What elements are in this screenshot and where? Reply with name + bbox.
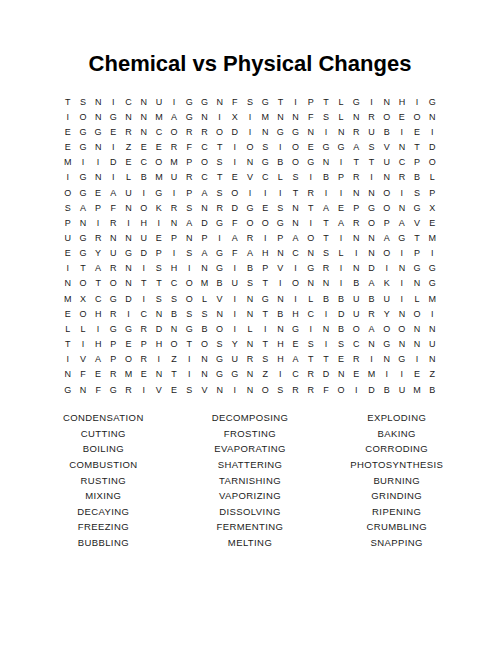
grid-cell-r3c25: I <box>425 124 440 139</box>
grid-cell-r2c4: G <box>106 109 121 124</box>
grid-cell-r13c3: T <box>91 276 106 291</box>
grid-cell-r18c16: A <box>288 352 303 367</box>
grid-cell-r3c21: U <box>364 124 379 139</box>
grid-cell-r18c10: N <box>197 352 212 367</box>
grid-cell-r12c14: P <box>258 261 273 276</box>
grid-cell-r9c7: I <box>151 215 166 230</box>
grid-cell-r2c14: M <box>258 109 273 124</box>
grid-cell-r4c11: T <box>212 139 227 154</box>
grid-cell-r11c12: F <box>227 246 242 261</box>
grid-cell-r6c14: C <box>258 170 273 185</box>
grid-cell-r2c8: A <box>166 109 181 124</box>
grid-cell-r8c23: N <box>394 200 409 215</box>
grid-cell-r3c13: I <box>242 124 257 139</box>
grid-cell-r13c17: N <box>303 276 318 291</box>
grid-cell-r12c3: A <box>91 261 106 276</box>
grid-cell-r17c7: H <box>151 337 166 352</box>
grid-cell-r20c3: F <box>91 382 106 397</box>
grid-cell-r18c7: I <box>151 352 166 367</box>
grid-cell-r9c13: O <box>242 215 257 230</box>
grid-cell-r20c18: F <box>318 382 333 397</box>
grid-cell-r6c19: P <box>334 170 349 185</box>
grid-cell-r9c8: N <box>166 215 181 230</box>
grid-cell-r19c11: G <box>212 367 227 382</box>
word-item: FERMENTING <box>177 519 324 535</box>
grid-cell-r13c2: O <box>75 276 90 291</box>
grid-cell-r15c4: R <box>106 306 121 321</box>
grid-cell-r17c5: E <box>121 337 136 352</box>
grid-cell-r4c4: I <box>106 139 121 154</box>
grid-cell-r2c18: S <box>318 109 333 124</box>
grid-cell-r6c21: I <box>364 170 379 185</box>
word-item: DECAYING <box>30 504 177 520</box>
grid-cell-r8c22: O <box>379 200 394 215</box>
grid-cell-r19c1: N <box>60 367 75 382</box>
grid-cell-r18c18: T <box>318 352 333 367</box>
grid-cell-r14c10: L <box>197 291 212 306</box>
grid-cell-r14c18: B <box>318 291 333 306</box>
grid-cell-r12c16: I <box>288 261 303 276</box>
grid-cell-r8c7: K <box>151 200 166 215</box>
grid-cell-r3c23: I <box>394 124 409 139</box>
grid-cell-r10c18: T <box>318 230 333 245</box>
grid-cell-r20c19: O <box>334 382 349 397</box>
grid-cell-r4c20: A <box>349 139 364 154</box>
grid-cell-r20c24: M <box>409 382 424 397</box>
grid-cell-r7c19: I <box>334 185 349 200</box>
grid-cell-r18c1: I <box>60 352 75 367</box>
grid-cell-r2c6: N <box>136 109 151 124</box>
grid-cell-r6c25: L <box>425 170 440 185</box>
grid-cell-r18c3: A <box>91 352 106 367</box>
grid-cell-r12c4: R <box>106 261 121 276</box>
grid-cell-r18c21: I <box>364 352 379 367</box>
grid-cell-r20c7: V <box>151 382 166 397</box>
grid-cell-r13c22: K <box>379 276 394 291</box>
grid-cell-r19c15: I <box>273 367 288 382</box>
grid-cell-r9c5: I <box>121 215 136 230</box>
grid-cell-r3c18: I <box>318 124 333 139</box>
grid-cell-r18c23: G <box>394 352 409 367</box>
grid-cell-r16c2: L <box>75 321 90 336</box>
grid-cell-r7c25: P <box>425 185 440 200</box>
grid-cell-r16c23: O <box>394 321 409 336</box>
grid-cell-r5c12: I <box>227 155 242 170</box>
grid-cell-r14c16: I <box>288 291 303 306</box>
grid-cell-r6c6: B <box>136 170 151 185</box>
grid-cell-r14c3: C <box>91 291 106 306</box>
grid-cell-r20c21: D <box>364 382 379 397</box>
grid-cell-r16c4: G <box>106 321 121 336</box>
grid-cell-r12c21: D <box>364 261 379 276</box>
grid-cell-r1c11: N <box>212 94 227 109</box>
word-item: DECOMPOSING <box>177 410 324 426</box>
grid-cell-r1c3: N <box>91 94 106 109</box>
grid-cell-r7c3: E <box>91 185 106 200</box>
grid-cell-r3c6: N <box>136 124 151 139</box>
grid-cell-r1c8: I <box>166 94 181 109</box>
grid-cell-r5c20: T <box>349 155 364 170</box>
grid-cell-r11c25: I <box>425 246 440 261</box>
grid-cell-r16c17: I <box>303 321 318 336</box>
grid-cell-r5c17: G <box>303 155 318 170</box>
grid-cell-r8c12: D <box>227 200 242 215</box>
grid-cell-r12c6: I <box>136 261 151 276</box>
grid-cell-r19c3: E <box>91 367 106 382</box>
grid-cell-r7c23: I <box>394 185 409 200</box>
grid-cell-r8c2: A <box>75 200 90 215</box>
grid-cell-r12c5: N <box>121 261 136 276</box>
grid-cell-r18c9: I <box>182 352 197 367</box>
grid-cell-r7c13: I <box>242 185 257 200</box>
grid-cell-r8c21: G <box>364 200 379 215</box>
grid-cell-r3c5: R <box>121 124 136 139</box>
grid-cell-r9c24: V <box>409 215 424 230</box>
grid-cell-r14c23: I <box>394 291 409 306</box>
grid-cell-r20c22: B <box>379 382 394 397</box>
grid-cell-r16c11: O <box>212 321 227 336</box>
grid-cell-r7c11: S <box>212 185 227 200</box>
grid-cell-r10c21: N <box>364 230 379 245</box>
word-list: CONDENSATIONCUTTINGBOILINGCOMBUSTIONRUST… <box>30 410 470 550</box>
grid-cell-r15c22: Y <box>379 306 394 321</box>
grid-cell-r13c10: M <box>197 276 212 291</box>
grid-cell-r16c12: I <box>227 321 242 336</box>
grid-cell-r15c2: O <box>75 306 90 321</box>
grid-cell-r20c15: S <box>273 382 288 397</box>
grid-cell-r15c7: N <box>151 306 166 321</box>
grid-cell-r14c1: M <box>60 291 75 306</box>
grid-cell-r13c12: U <box>227 276 242 291</box>
grid-cell-r10c19: I <box>334 230 349 245</box>
grid-cell-r5c3: I <box>91 155 106 170</box>
grid-cell-r10c22: A <box>379 230 394 245</box>
grid-cell-r4c14: S <box>258 139 273 154</box>
grid-cell-r9c2: N <box>75 215 90 230</box>
grid-cell-r19c4: R <box>106 367 121 382</box>
word-column-2: DECOMPOSINGFROSTINGEVAPORATINGSHATTERING… <box>177 410 324 550</box>
grid-cell-r15c13: N <box>242 306 257 321</box>
grid-cell-r11c5: G <box>121 246 136 261</box>
grid-cell-r15c8: B <box>166 306 181 321</box>
grid-cell-r3c15: G <box>273 124 288 139</box>
grid-cell-r3c11: O <box>212 124 227 139</box>
grid-cell-r10c25: M <box>425 230 440 245</box>
grid-cell-r5c14: G <box>258 155 273 170</box>
grid-cell-r13c7: T <box>151 276 166 291</box>
grid-cell-r2c13: I <box>242 109 257 124</box>
grid-cell-r4c10: C <box>197 139 212 154</box>
grid-cell-r2c25: N <box>425 109 440 124</box>
grid-cell-r16c19: B <box>334 321 349 336</box>
grid-cell-r5c4: D <box>106 155 121 170</box>
grid-cell-r1c24: I <box>409 94 424 109</box>
grid-cell-r4c5: Z <box>121 139 136 154</box>
grid-cell-r14c2: X <box>75 291 90 306</box>
grid-cell-r1c2: S <box>75 94 90 109</box>
grid-cell-r18c2: V <box>75 352 90 367</box>
puzzle-title: Chemical vs Physical Changes <box>0 0 500 77</box>
grid-cell-r17c2: I <box>75 337 90 352</box>
grid-cell-r17c8: O <box>166 337 181 352</box>
grid-cell-r20c23: U <box>394 382 409 397</box>
grid-cell-r3c3: G <box>91 124 106 139</box>
word-item: RIPENING <box>323 504 470 520</box>
grid-cell-r14c19: B <box>334 291 349 306</box>
grid-cell-r7c6: I <box>136 185 151 200</box>
grid-cell-r8c17: T <box>303 200 318 215</box>
grid-cell-r19c19: N <box>334 367 349 382</box>
grid-cell-r5c8: M <box>166 155 181 170</box>
grid-cell-r16c22: O <box>379 321 394 336</box>
grid-cell-r13c4: O <box>106 276 121 291</box>
grid-cell-r6c12: E <box>227 170 242 185</box>
grid-cell-r19c8: T <box>166 367 181 382</box>
grid-cell-r6c20: R <box>349 170 364 185</box>
grid-cell-r17c23: N <box>394 337 409 352</box>
grid-cell-r19c5: M <box>121 367 136 382</box>
grid-cell-r17c3: H <box>91 337 106 352</box>
grid-cell-r19c13: N <box>242 367 257 382</box>
grid-cell-r11c7: P <box>151 246 166 261</box>
grid-cell-r18c25: N <box>425 352 440 367</box>
grid-cell-r1c18: T <box>318 94 333 109</box>
grid-cell-r15c17: C <box>303 306 318 321</box>
word-item: CRUMBLING <box>323 519 470 535</box>
grid-cell-r12c12: I <box>227 261 242 276</box>
grid-cell-r13c18: N <box>318 276 333 291</box>
grid-cell-r1c19: L <box>334 94 349 109</box>
grid-cell-r1c22: N <box>379 94 394 109</box>
grid-cell-r16c16: G <box>288 321 303 336</box>
grid-cell-r11c19: L <box>334 246 349 261</box>
grid-cell-r14c9: O <box>182 291 197 306</box>
grid-cell-r17c6: P <box>136 337 151 352</box>
grid-cell-r9c17: I <box>303 215 318 230</box>
grid-cell-r20c17: R <box>303 382 318 397</box>
word-item: COMBUSTION <box>30 457 177 473</box>
grid-cell-r16c1: L <box>60 321 75 336</box>
grid-cell-r4c17: E <box>303 139 318 154</box>
grid-cell-r9c16: N <box>288 215 303 230</box>
grid-cell-r5c22: U <box>379 155 394 170</box>
grid-cell-r20c14: O <box>258 382 273 397</box>
grid-cell-r19c6: E <box>136 367 151 382</box>
grid-cell-r15c10: S <box>197 306 212 321</box>
grid-cell-r2c21: R <box>364 109 379 124</box>
grid-cell-r6c5: L <box>121 170 136 185</box>
grid-cell-r14c22: U <box>379 291 394 306</box>
grid-cell-r12c20: N <box>349 261 364 276</box>
grid-cell-r7c9: P <box>182 185 197 200</box>
grid-cell-r7c21: N <box>364 185 379 200</box>
grid-cell-r8c9: S <box>182 200 197 215</box>
grid-cell-r5c13: N <box>242 155 257 170</box>
grid-cell-r3c2: G <box>75 124 90 139</box>
grid-cell-r19c25: Z <box>425 367 440 382</box>
grid-cell-r5c1: M <box>60 155 75 170</box>
grid-cell-r6c16: S <box>288 170 303 185</box>
grid-cell-r16c10: B <box>197 321 212 336</box>
grid-cell-r10c12: A <box>227 230 242 245</box>
grid-cell-r1c4: I <box>106 94 121 109</box>
grid-cell-r13c1: N <box>60 276 75 291</box>
grid-cell-r4c16: O <box>288 139 303 154</box>
grid-cell-r13c5: N <box>121 276 136 291</box>
grid-cell-r10c4: N <box>106 230 121 245</box>
grid-cell-r4c6: E <box>136 139 151 154</box>
grid-cell-r7c15: I <box>273 185 288 200</box>
grid-cell-r11c15: N <box>273 246 288 261</box>
grid-cell-r9c19: A <box>334 215 349 230</box>
grid-cell-r7c22: O <box>379 185 394 200</box>
grid-cell-r9c20: R <box>349 215 364 230</box>
grid-cell-r6c17: I <box>303 170 318 185</box>
grid-cell-r11c14: H <box>258 246 273 261</box>
grid-cell-r5c15: B <box>273 155 288 170</box>
grid-cell-r14c20: U <box>349 291 364 306</box>
grid-cell-r5c10: O <box>197 155 212 170</box>
grid-cell-r15c11: N <box>212 306 227 321</box>
grid-cell-r7c4: A <box>106 185 121 200</box>
grid-cell-r10c20: N <box>349 230 364 245</box>
grid-cell-r17c15: H <box>273 337 288 352</box>
word-item: MELTING <box>177 535 324 551</box>
grid-cell-r5c5: E <box>121 155 136 170</box>
grid-cell-r9c1: P <box>60 215 75 230</box>
word-item: BUBBLING <box>30 535 177 551</box>
grid-cell-r20c11: N <box>212 382 227 397</box>
grid-cell-r3c10: R <box>197 124 212 139</box>
grid-cell-r8c25: X <box>425 200 440 215</box>
word-item: BOILING <box>30 441 177 457</box>
grid-cell-r7c1: O <box>60 185 75 200</box>
grid-cell-r10c24: T <box>409 230 424 245</box>
grid-cell-r3c24: E <box>409 124 424 139</box>
grid-cell-r18c5: O <box>121 352 136 367</box>
grid-cell-r3c16: G <box>288 124 303 139</box>
grid-cell-r18c6: R <box>136 352 151 367</box>
grid-cell-r2c7: M <box>151 109 166 124</box>
grid-cell-r3c7: C <box>151 124 166 139</box>
grid-cell-r10c23: G <box>394 230 409 245</box>
grid-cell-r15c1: E <box>60 306 75 321</box>
grid-cell-r10c10: P <box>197 230 212 245</box>
grid-cell-r2c5: N <box>121 109 136 124</box>
grid-cell-r6c13: V <box>242 170 257 185</box>
grid-cell-r4c2: G <box>75 139 90 154</box>
grid-cell-r9c21: O <box>364 215 379 230</box>
grid-cell-r16c6: R <box>136 321 151 336</box>
grid-cell-r6c7: M <box>151 170 166 185</box>
grid-cell-r18c19: E <box>334 352 349 367</box>
grid-cell-r13c8: C <box>166 276 181 291</box>
grid-cell-r17c19: S <box>334 337 349 352</box>
grid-cell-r12c19: I <box>334 261 349 276</box>
grid-cell-r19c14: Z <box>258 367 273 382</box>
grid-cell-r13c24: N <box>409 276 424 291</box>
grid-cell-r12c13: B <box>242 261 257 276</box>
grid-cell-r2c12: X <box>227 109 242 124</box>
grid-cell-r14c4: G <box>106 291 121 306</box>
grid-cell-r13c23: I <box>394 276 409 291</box>
grid-cell-r9c10: D <box>197 215 212 230</box>
grid-cell-r6c8: U <box>166 170 181 185</box>
grid-cell-r8c8: R <box>166 200 181 215</box>
grid-cell-r19c10: N <box>197 367 212 382</box>
grid-cell-r4c7: E <box>151 139 166 154</box>
grid-cell-r8c15: S <box>273 200 288 215</box>
grid-cell-r14c8: S <box>166 291 181 306</box>
grid-cell-r11c21: N <box>364 246 379 261</box>
grid-cell-r3c20: R <box>349 124 364 139</box>
grid-cell-r13c14: T <box>258 276 273 291</box>
grid-cell-r4c1: E <box>60 139 75 154</box>
grid-cell-r2c9: G <box>182 109 197 124</box>
grid-cell-r10c11: I <box>212 230 227 245</box>
grid-cell-r15c16: H <box>288 306 303 321</box>
grid-cell-r11c8: I <box>166 246 181 261</box>
grid-cell-r1c20: G <box>349 94 364 109</box>
grid-cell-r19c24: E <box>409 367 424 382</box>
word-item: CUTTING <box>30 426 177 442</box>
grid-cell-r9c14: O <box>258 215 273 230</box>
grid-cell-r13c19: I <box>334 276 349 291</box>
grid-cell-r7c10: A <box>197 185 212 200</box>
grid-cell-r8c6: O <box>136 200 151 215</box>
grid-cell-r7c5: U <box>121 185 136 200</box>
grid-cell-r12c22: I <box>379 261 394 276</box>
grid-cell-r14c7: S <box>151 291 166 306</box>
grid-cell-r1c6: N <box>136 94 151 109</box>
grid-cell-r3c8: O <box>166 124 181 139</box>
grid-cell-r17c14: T <box>258 337 273 352</box>
grid-cell-r19c16: C <box>288 367 303 382</box>
grid-cell-r10c16: A <box>288 230 303 245</box>
grid-cell-r2c15: N <box>273 109 288 124</box>
grid-cell-r10c7: E <box>151 230 166 245</box>
grid-cell-r12c17: G <box>303 261 318 276</box>
grid-cell-r17c11: S <box>212 337 227 352</box>
grid-cell-r13c9: O <box>182 276 197 291</box>
grid-cell-r11c3: Y <box>91 246 106 261</box>
grid-cell-r19c23: I <box>394 367 409 382</box>
word-item: GRINDING <box>323 488 470 504</box>
grid-cell-r4c18: G <box>318 139 333 154</box>
grid-cell-r16c13: L <box>242 321 257 336</box>
grid-cell-r1c13: S <box>242 94 257 109</box>
grid-cell-r11c13: A <box>242 246 257 261</box>
grid-cell-r10c6: U <box>136 230 151 245</box>
grid-cell-r6c24: B <box>409 170 424 185</box>
word-item: CONDENSATION <box>30 410 177 426</box>
grid-cell-r3c1: E <box>60 124 75 139</box>
grid-cell-r12c18: R <box>318 261 333 276</box>
word-item: FREEZING <box>30 519 177 535</box>
grid-cell-r12c2: T <box>75 261 90 276</box>
grid-cell-r3c4: E <box>106 124 121 139</box>
grid-cell-r14c13: N <box>242 291 257 306</box>
grid-cell-r9c12: F <box>227 215 242 230</box>
grid-cell-r9c22: P <box>379 215 394 230</box>
grid-cell-r18c11: G <box>212 352 227 367</box>
grid-cell-r2c3: N <box>91 109 106 124</box>
grid-cell-r17c17: S <box>303 337 318 352</box>
grid-cell-r5c25: O <box>425 155 440 170</box>
grid-cell-r7c18: I <box>318 185 333 200</box>
grid-cell-r7c8: I <box>166 185 181 200</box>
grid-cell-r14c17: L <box>303 291 318 306</box>
